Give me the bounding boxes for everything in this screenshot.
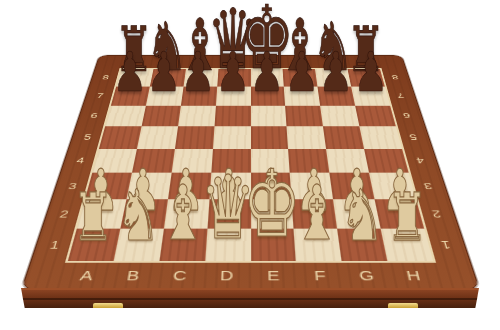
- piece-white-knight-b1[interactable]: ♞: [116, 180, 160, 251]
- file-label-d: D: [219, 266, 234, 282]
- piece-white-rook-h1[interactable]: ♜: [386, 185, 427, 251]
- square-d6[interactable]: [214, 105, 250, 126]
- piece-black-pawn-g7[interactable]: ♟: [319, 45, 353, 100]
- rank-label-right-2: 2: [431, 208, 443, 220]
- piece-black-pawn-f7[interactable]: ♟: [284, 45, 318, 100]
- piece-white-knight-g1[interactable]: ♞: [340, 180, 384, 251]
- box-fold-seam: [21, 298, 479, 300]
- square-h6[interactable]: [355, 105, 396, 126]
- rank-label-left-5: 5: [82, 132, 92, 141]
- rank-label-left-1: 1: [48, 238, 60, 251]
- rank-label-right-8: 8: [391, 74, 399, 81]
- clasp-hasp: [101, 309, 116, 323]
- rank-label-left-7: 7: [95, 92, 104, 100]
- rank-label-right-5: 5: [408, 132, 418, 141]
- folding-box-side: [21, 288, 479, 308]
- rank-label-left-6: 6: [89, 111, 98, 119]
- square-f6[interactable]: [285, 105, 323, 126]
- square-e5[interactable]: [250, 126, 288, 148]
- file-label-h: H: [404, 266, 422, 282]
- file-label-a: A: [78, 266, 95, 282]
- brass-clasp-left-icon: [93, 303, 123, 323]
- square-g6[interactable]: [320, 105, 359, 126]
- chess-set-photo: ABCDEFGH 87654321 87654321 ♜♞♝♛♚♝♞♜♟♟♟♟♟…: [0, 0, 500, 330]
- clasp-plate: [93, 303, 123, 310]
- piece-white-rook-a1[interactable]: ♜: [72, 185, 113, 251]
- piece-black-pawn-c7[interactable]: ♟: [181, 45, 215, 100]
- piece-black-pawn-e7[interactable]: ♟: [250, 45, 284, 100]
- file-labels-bottom: ABCDEFGH: [60, 260, 441, 288]
- brass-clasp-right-icon: [388, 303, 418, 323]
- square-a6[interactable]: [105, 105, 146, 126]
- file-label-f: F: [313, 266, 327, 282]
- square-e6[interactable]: [250, 105, 286, 126]
- square-a5[interactable]: [99, 126, 142, 148]
- file-label-g: G: [357, 266, 375, 282]
- clasp-hasp: [396, 309, 411, 323]
- rank-label-left-8: 8: [101, 74, 109, 81]
- square-c5[interactable]: [174, 126, 213, 148]
- square-c6[interactable]: [177, 105, 215, 126]
- rank-label-right-7: 7: [396, 92, 405, 100]
- file-label-c: C: [172, 266, 188, 282]
- square-f5[interactable]: [286, 126, 325, 148]
- square-b6[interactable]: [141, 105, 180, 126]
- rank-label-left-2: 2: [58, 208, 70, 220]
- file-label-e: E: [266, 266, 280, 282]
- square-b5[interactable]: [136, 126, 177, 148]
- piece-white-bishop-f1[interactable]: ♝: [294, 175, 341, 251]
- rank-label-right-1: 1: [440, 238, 452, 251]
- file-label-b: B: [125, 266, 141, 282]
- piece-white-bishop-c1[interactable]: ♝: [159, 175, 206, 251]
- square-g5[interactable]: [323, 126, 364, 148]
- piece-black-pawn-a7[interactable]: ♟: [112, 45, 146, 100]
- rank-label-right-6: 6: [402, 111, 411, 119]
- piece-black-pawn-h7[interactable]: ♟: [353, 45, 387, 100]
- piece-black-pawn-b7[interactable]: ♟: [147, 45, 181, 100]
- square-d5[interactable]: [212, 126, 250, 148]
- square-h5[interactable]: [359, 126, 402, 148]
- clasp-plate: [388, 303, 418, 310]
- piece-black-pawn-d7[interactable]: ♟: [216, 45, 250, 100]
